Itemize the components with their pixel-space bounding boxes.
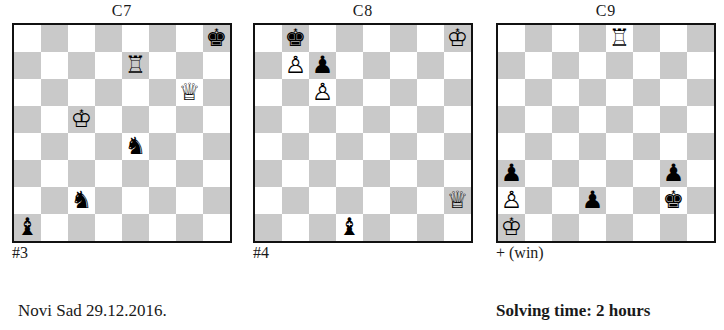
square-a1 [255,214,282,241]
square-e2 [363,187,390,214]
square-h2 [203,187,230,214]
piece-bn-c2: ♞ [71,187,93,214]
piece-wk-c5: ♔ [71,106,93,133]
square-c4 [552,133,579,160]
square-g6: ♕ [176,79,203,106]
square-a3 [255,160,282,187]
square-a8 [255,25,282,52]
square-a8 [14,25,41,52]
square-h5 [444,106,471,133]
square-d8 [336,25,363,52]
square-b2 [41,187,68,214]
square-d8 [95,25,122,52]
square-f8 [390,25,417,52]
square-d3 [336,160,363,187]
square-a4 [498,133,525,160]
square-d6 [336,79,363,106]
square-d6 [95,79,122,106]
square-f7 [149,52,176,79]
square-h8 [687,25,714,52]
square-f5 [633,106,660,133]
square-c8 [68,25,95,52]
square-f6 [633,79,660,106]
square-b2 [525,187,552,214]
square-c3 [309,160,336,187]
square-b2 [282,187,309,214]
square-a7 [498,52,525,79]
square-c6: ♙ [309,79,336,106]
square-d5 [95,106,122,133]
square-d7 [95,52,122,79]
square-e4: ♞ [122,133,149,160]
square-e8 [122,25,149,52]
square-f2 [633,187,660,214]
square-b5 [41,106,68,133]
square-e3 [363,160,390,187]
piece-wp-a2: ♙ [501,187,523,214]
square-h1 [687,214,714,241]
piece-wr-e7: ♖ [125,52,147,79]
square-f4 [149,133,176,160]
square-f4 [633,133,660,160]
square-d7 [336,52,363,79]
square-a7 [14,52,41,79]
square-g7 [660,52,687,79]
square-g7 [176,52,203,79]
square-h3 [203,160,230,187]
piece-bk-h8: ♚ [206,25,228,52]
square-g5 [660,106,687,133]
square-b3 [282,160,309,187]
square-c6 [68,79,95,106]
square-a8 [498,25,525,52]
stipulation-label: #4 [253,244,473,262]
square-g3: ♟ [660,160,687,187]
square-d2 [336,187,363,214]
square-f8 [633,25,660,52]
square-h3 [687,160,714,187]
square-d2: ♟ [579,187,606,214]
square-f7 [390,52,417,79]
square-g1 [176,214,203,241]
square-h5 [203,106,230,133]
square-g8 [417,25,444,52]
square-d8 [579,25,606,52]
square-e6 [606,79,633,106]
square-c4 [68,133,95,160]
square-c3 [68,160,95,187]
stipulation-label: + (win) [496,244,716,262]
square-a2 [14,187,41,214]
solving-time-text: Solving time: 2 hours [496,301,650,321]
piece-wk-h8: ♔ [447,25,469,52]
square-a5 [14,106,41,133]
square-h1 [444,214,471,241]
square-f1 [149,214,176,241]
square-e6 [122,79,149,106]
square-f2 [149,187,176,214]
square-f2 [390,187,417,214]
square-d3 [95,160,122,187]
square-h4 [203,133,230,160]
square-b5 [282,106,309,133]
square-g5 [417,106,444,133]
piece-bn-e4: ♞ [125,133,147,160]
square-g1 [417,214,444,241]
square-h1 [203,214,230,241]
square-d4 [579,133,606,160]
square-a4 [255,133,282,160]
square-b6 [41,79,68,106]
problem-c8: C8 ♚♔♙♟♙♕♝ #4 [253,2,473,262]
problem-c7: C7 ♚♖♕♔♞♞♝ #3 [12,2,232,262]
square-c2: ♞ [68,187,95,214]
square-f6 [390,79,417,106]
square-d4 [336,133,363,160]
square-h2 [687,187,714,214]
square-e1 [606,214,633,241]
square-e1 [122,214,149,241]
square-a7 [255,52,282,79]
square-d1 [95,214,122,241]
square-g1 [660,214,687,241]
square-b4 [282,133,309,160]
square-h2: ♕ [444,187,471,214]
square-c2 [552,187,579,214]
square-c5 [552,106,579,133]
square-d6 [579,79,606,106]
square-b1 [282,214,309,241]
square-e7 [363,52,390,79]
square-h6 [687,79,714,106]
square-d2 [95,187,122,214]
square-c1 [309,214,336,241]
square-b7: ♙ [282,52,309,79]
square-b6 [282,79,309,106]
square-c7 [552,52,579,79]
square-e5 [606,106,633,133]
square-b7 [525,52,552,79]
square-e5 [122,106,149,133]
square-f1 [633,214,660,241]
square-c8 [309,25,336,52]
square-g4 [176,133,203,160]
problem-c9: C9 ♖♟♟♙♟♚♔ + (win) [496,2,716,262]
square-f7 [633,52,660,79]
piece-bk-b8: ♚ [285,25,307,52]
square-c8 [552,25,579,52]
square-f1 [390,214,417,241]
square-d5 [579,106,606,133]
square-c5 [309,106,336,133]
chessboard-c8: ♚♔♙♟♙♕♝ [253,23,473,243]
square-g2 [176,187,203,214]
square-b7 [41,52,68,79]
square-e6 [363,79,390,106]
square-h3 [444,160,471,187]
square-d5 [336,106,363,133]
square-g5 [176,106,203,133]
square-e5 [363,106,390,133]
square-e2 [122,187,149,214]
square-c4 [309,133,336,160]
square-h6 [444,79,471,106]
square-b8 [525,25,552,52]
square-g4 [417,133,444,160]
square-a6 [255,79,282,106]
piece-bp-d2: ♟ [582,187,604,214]
piece-wp-c6: ♙ [312,79,334,106]
piece-bp-g3: ♟ [663,160,685,187]
square-h4 [687,133,714,160]
square-a4 [14,133,41,160]
piece-bk-g2: ♚ [663,187,685,214]
piece-bb-d1: ♝ [339,214,361,241]
square-f3 [390,160,417,187]
square-h7 [203,52,230,79]
square-d4 [95,133,122,160]
square-g2 [417,187,444,214]
square-h8: ♚ [203,25,230,52]
square-d3 [579,160,606,187]
square-c1 [68,214,95,241]
square-a3 [14,160,41,187]
square-g8 [176,25,203,52]
problem-title: C9 [496,2,716,20]
square-g7 [417,52,444,79]
square-c5: ♔ [68,106,95,133]
square-h4 [444,133,471,160]
square-e3 [122,160,149,187]
square-h7 [687,52,714,79]
piece-bp-c7: ♟ [312,52,334,79]
square-a1: ♔ [498,214,525,241]
square-e8 [363,25,390,52]
square-a3: ♟ [498,160,525,187]
square-b5 [525,106,552,133]
square-g2: ♚ [660,187,687,214]
piece-wq-h2: ♕ [447,187,469,214]
square-e4 [363,133,390,160]
event-date-text: Novi Sad 29.12.2016. [18,301,167,321]
piece-bp-a3: ♟ [501,160,523,187]
square-e7 [606,52,633,79]
stipulation-label: #3 [12,244,232,262]
square-h5 [687,106,714,133]
square-f5 [390,106,417,133]
square-f6 [149,79,176,106]
square-e4 [606,133,633,160]
square-c6 [552,79,579,106]
square-c7 [68,52,95,79]
chessboard-c9: ♖♟♟♙♟♚♔ [496,23,716,243]
square-a5 [498,106,525,133]
square-d7 [579,52,606,79]
square-d1: ♝ [336,214,363,241]
square-a1: ♝ [14,214,41,241]
square-b1 [525,214,552,241]
piece-wr-e8: ♖ [609,25,631,52]
square-e2 [606,187,633,214]
square-b4 [41,133,68,160]
square-g3 [176,160,203,187]
square-g8 [660,25,687,52]
piece-bb-a1: ♝ [17,214,39,241]
square-e7: ♖ [122,52,149,79]
square-f3 [149,160,176,187]
square-f8 [149,25,176,52]
square-f4 [390,133,417,160]
square-e1 [363,214,390,241]
square-c2 [309,187,336,214]
square-c7: ♟ [309,52,336,79]
square-b4 [525,133,552,160]
square-g4 [660,133,687,160]
square-b3 [41,160,68,187]
square-b1 [41,214,68,241]
square-c1 [552,214,579,241]
square-h8: ♔ [444,25,471,52]
square-a2: ♙ [498,187,525,214]
square-e8: ♖ [606,25,633,52]
page: C7 ♚♖♕♔♞♞♝ #3 C8 ♚♔♙♟♙♕♝ #4 C9 ♖♟♟♙♟♚♔ +… [0,0,724,330]
square-g6 [660,79,687,106]
square-a6 [498,79,525,106]
square-a2 [255,187,282,214]
square-g3 [417,160,444,187]
square-b8: ♚ [282,25,309,52]
square-a6 [14,79,41,106]
piece-wk-a1: ♔ [501,214,523,241]
square-g6 [417,79,444,106]
piece-wq-g6: ♕ [179,79,201,106]
problem-title: C7 [12,2,232,20]
square-b6 [525,79,552,106]
piece-wp-b7: ♙ [285,52,307,79]
square-e3 [606,160,633,187]
square-f3 [633,160,660,187]
square-h7 [444,52,471,79]
square-h6 [203,79,230,106]
square-c3 [552,160,579,187]
square-a5 [255,106,282,133]
square-d1 [579,214,606,241]
square-f5 [149,106,176,133]
problem-title: C8 [253,2,473,20]
square-b8 [41,25,68,52]
square-b3 [525,160,552,187]
chessboard-c7: ♚♖♕♔♞♞♝ [12,23,232,243]
